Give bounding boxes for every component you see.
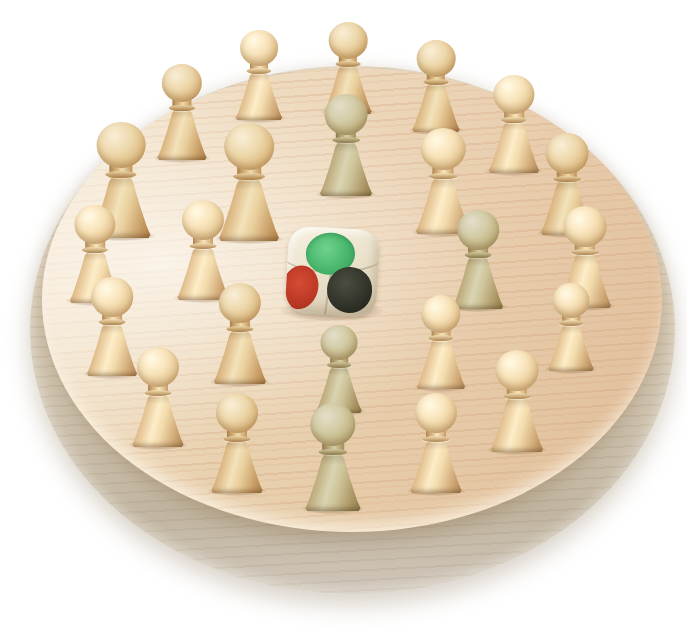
pawn-collar-ring: [233, 173, 265, 180]
pawn-body: [489, 119, 540, 173]
pawn-collar-ring: [99, 319, 126, 325]
pawn-head: [321, 325, 358, 360]
pawn-15[interactable]: [87, 277, 138, 376]
pawn-4[interactable]: [412, 40, 460, 132]
pawn-body: [305, 452, 361, 511]
color-die[interactable]: [287, 228, 378, 315]
pawn-head: [421, 128, 466, 170]
pawn-5[interactable]: [489, 75, 540, 173]
pawn-collar-ring: [503, 393, 531, 399]
pawn-1[interactable]: [157, 64, 207, 160]
pawn-body: [214, 328, 267, 384]
pawn-collar-ring: [553, 176, 581, 182]
pawn-collar-ring: [169, 105, 195, 111]
pawn-head: [457, 210, 499, 250]
pawn-17[interactable]: [316, 325, 362, 413]
pawn-2[interactable]: [236, 30, 283, 120]
pawn-body: [211, 438, 263, 493]
pawn-8[interactable]: [320, 94, 373, 196]
pawn-head: [137, 347, 179, 387]
pawn-body: [548, 323, 594, 371]
pawn-head: [224, 123, 274, 170]
pawn-head: [219, 283, 261, 323]
pawn-collar-ring: [224, 436, 251, 442]
pawn-body: [236, 71, 283, 121]
pawn-20[interactable]: [132, 347, 184, 447]
pawn-head: [97, 122, 146, 168]
pawn-collar-ring: [571, 249, 599, 255]
pawn-collar-ring: [105, 171, 136, 178]
pawn-collar-ring: [332, 137, 360, 143]
pawn-head: [421, 295, 460, 333]
pawn-collar-ring: [465, 252, 492, 258]
pawn-collar-ring: [190, 243, 217, 249]
pawn-head: [329, 22, 368, 59]
pawn-head: [553, 283, 590, 318]
die-body: [285, 226, 380, 318]
pawn-head: [310, 403, 355, 446]
pawn-19[interactable]: [548, 283, 594, 371]
pawn-23[interactable]: [410, 393, 462, 493]
pawn-head: [325, 94, 368, 135]
pawn-collar-ring: [145, 390, 172, 396]
pawn-head: [74, 205, 115, 244]
pawn-head: [496, 350, 539, 391]
pawn-collar-ring: [424, 79, 449, 85]
pawn-collar-ring: [428, 335, 453, 341]
pawn-head: [564, 206, 607, 247]
pawn-24[interactable]: [491, 350, 544, 452]
pawn-body: [410, 438, 462, 493]
pawn-16[interactable]: [214, 283, 267, 384]
pawn-head: [216, 393, 258, 433]
pawn-head: [546, 133, 589, 174]
pawn-18[interactable]: [417, 295, 466, 389]
pawn-head: [182, 200, 224, 240]
pawn-collar-ring: [501, 117, 527, 123]
memory-chess-photo: [0, 0, 687, 636]
pawn-body: [132, 392, 184, 447]
pawn-body: [491, 396, 544, 452]
pawn-body: [320, 140, 373, 196]
pawn-body: [417, 337, 466, 389]
pawn-head: [415, 393, 457, 433]
pawn-collar-ring: [423, 436, 450, 442]
pawn-head: [162, 64, 202, 102]
pawn-21[interactable]: [211, 393, 263, 493]
pawn-22[interactable]: [305, 403, 361, 511]
pawn-head: [493, 75, 534, 114]
die-black-face-dot: [326, 266, 374, 314]
pawn-body: [412, 81, 460, 132]
pawn-head: [417, 40, 456, 77]
pieces-layer: [0, 0, 687, 636]
pawn-body: [157, 107, 207, 160]
pawn-head: [91, 277, 133, 317]
pawn-body: [87, 322, 138, 376]
pawn-head: [240, 30, 278, 66]
pawn-collar-ring: [82, 247, 108, 253]
pawn-collar-ring: [336, 61, 361, 67]
